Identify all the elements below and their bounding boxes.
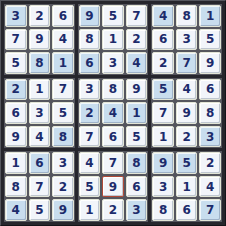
cell-r2c1[interactable]: 7 xyxy=(5,29,27,51)
cell-r7c3[interactable]: 3 xyxy=(52,152,74,174)
cell-r4c5[interactable]: 8 xyxy=(102,79,124,101)
cell-r5c1[interactable]: 6 xyxy=(5,102,27,124)
cell-r7c5[interactable]: 7 xyxy=(102,152,124,174)
cell-r9c2[interactable]: 5 xyxy=(29,199,51,221)
cell-r1c3[interactable]: 6 xyxy=(52,5,74,27)
sudoku-box-8: 478596123 xyxy=(78,151,149,222)
cell-r2c9[interactable]: 5 xyxy=(199,29,221,51)
cell-r6c6[interactable]: 5 xyxy=(126,126,148,148)
cell-r1c5[interactable]: 5 xyxy=(102,5,124,27)
cell-r8c2[interactable]: 7 xyxy=(29,176,51,198)
cell-r5c3[interactable]: 5 xyxy=(52,102,74,124)
cell-r3c6[interactable]: 4 xyxy=(126,52,148,74)
cell-r7c6[interactable]: 8 xyxy=(126,152,148,174)
sudoku-box-2: 957812634 xyxy=(78,4,149,75)
cell-r2c7[interactable]: 6 xyxy=(152,29,174,51)
cell-r6c5[interactable]: 6 xyxy=(102,126,124,148)
cell-r6c3[interactable]: 8 xyxy=(52,126,74,148)
cell-r8c5[interactable]: 9 xyxy=(102,176,124,198)
sudoku-box-6: 546798123 xyxy=(151,78,222,149)
cell-r3c7[interactable]: 2 xyxy=(152,52,174,74)
cell-r1c2[interactable]: 2 xyxy=(29,5,51,27)
sudoku-box-3: 481635279 xyxy=(151,4,222,75)
cell-r9c1[interactable]: 4 xyxy=(5,199,27,221)
cell-r3c1[interactable]: 5 xyxy=(5,52,27,74)
cell-r2c2[interactable]: 9 xyxy=(29,29,51,51)
cell-r9c5[interactable]: 2 xyxy=(102,199,124,221)
cell-r2c4[interactable]: 8 xyxy=(79,29,101,51)
cell-r3c2[interactable]: 8 xyxy=(29,52,51,74)
cell-r8c6[interactable]: 6 xyxy=(126,176,148,198)
cell-r4c8[interactable]: 4 xyxy=(176,79,198,101)
cell-r8c4[interactable]: 5 xyxy=(79,176,101,198)
cell-r9c9[interactable]: 7 xyxy=(199,199,221,221)
sudoku-board: 3267945819578126344816352792176359483892… xyxy=(0,0,226,226)
cell-r9c4[interactable]: 1 xyxy=(79,199,101,221)
cell-r8c9[interactable]: 4 xyxy=(199,176,221,198)
cell-r9c6[interactable]: 3 xyxy=(126,199,148,221)
cell-r7c7[interactable]: 9 xyxy=(152,152,174,174)
cell-r1c4[interactable]: 9 xyxy=(79,5,101,27)
cell-r6c1[interactable]: 9 xyxy=(5,126,27,148)
cell-r9c3[interactable]: 9 xyxy=(52,199,74,221)
cell-r4c2[interactable]: 1 xyxy=(29,79,51,101)
cell-r1c9[interactable]: 1 xyxy=(199,5,221,27)
cell-r5c9[interactable]: 8 xyxy=(199,102,221,124)
cell-r6c9[interactable]: 3 xyxy=(199,126,221,148)
cell-r5c5[interactable]: 4 xyxy=(102,102,124,124)
cell-r2c5[interactable]: 1 xyxy=(102,29,124,51)
cell-r4c4[interactable]: 3 xyxy=(79,79,101,101)
cell-r5c2[interactable]: 3 xyxy=(29,102,51,124)
cell-r8c1[interactable]: 8 xyxy=(5,176,27,198)
cell-r3c8[interactable]: 7 xyxy=(176,52,198,74)
cell-r9c7[interactable]: 8 xyxy=(152,199,174,221)
cell-r1c8[interactable]: 8 xyxy=(176,5,198,27)
cell-r4c6[interactable]: 9 xyxy=(126,79,148,101)
cell-r3c9[interactable]: 9 xyxy=(199,52,221,74)
cell-r8c3[interactable]: 2 xyxy=(52,176,74,198)
cell-r4c9[interactable]: 6 xyxy=(199,79,221,101)
cell-r8c7[interactable]: 3 xyxy=(152,176,174,198)
cell-r2c8[interactable]: 3 xyxy=(176,29,198,51)
sudoku-box-9: 952314867 xyxy=(151,151,222,222)
cell-r3c3[interactable]: 1 xyxy=(52,52,74,74)
cell-r8c8[interactable]: 1 xyxy=(176,176,198,198)
cell-r5c6[interactable]: 1 xyxy=(126,102,148,124)
cell-r7c2[interactable]: 6 xyxy=(29,152,51,174)
cell-r4c1[interactable]: 2 xyxy=(5,79,27,101)
cell-r6c8[interactable]: 2 xyxy=(176,126,198,148)
sudoku-box-5: 389241765 xyxy=(78,78,149,149)
cell-r9c8[interactable]: 6 xyxy=(176,199,198,221)
cell-r7c9[interactable]: 2 xyxy=(199,152,221,174)
cell-r6c4[interactable]: 7 xyxy=(79,126,101,148)
cell-r2c3[interactable]: 4 xyxy=(52,29,74,51)
cell-r6c7[interactable]: 1 xyxy=(152,126,174,148)
cell-r4c7[interactable]: 5 xyxy=(152,79,174,101)
cell-r3c5[interactable]: 3 xyxy=(102,52,124,74)
cell-r5c4[interactable]: 2 xyxy=(79,102,101,124)
cell-r1c6[interactable]: 7 xyxy=(126,5,148,27)
cell-r6c2[interactable]: 4 xyxy=(29,126,51,148)
sudoku-box-4: 217635948 xyxy=(4,78,75,149)
cell-r7c4[interactable]: 4 xyxy=(79,152,101,174)
cell-r5c7[interactable]: 7 xyxy=(152,102,174,124)
cell-r3c4[interactable]: 6 xyxy=(79,52,101,74)
cell-r7c8[interactable]: 5 xyxy=(176,152,198,174)
cell-r1c1[interactable]: 3 xyxy=(5,5,27,27)
cell-r1c7[interactable]: 4 xyxy=(152,5,174,27)
sudoku-box-7: 163872459 xyxy=(4,151,75,222)
cell-r5c8[interactable]: 9 xyxy=(176,102,198,124)
cell-r7c1[interactable]: 1 xyxy=(5,152,27,174)
cell-r4c3[interactable]: 7 xyxy=(52,79,74,101)
cell-r2c6[interactable]: 2 xyxy=(126,29,148,51)
sudoku-box-1: 326794581 xyxy=(4,4,75,75)
